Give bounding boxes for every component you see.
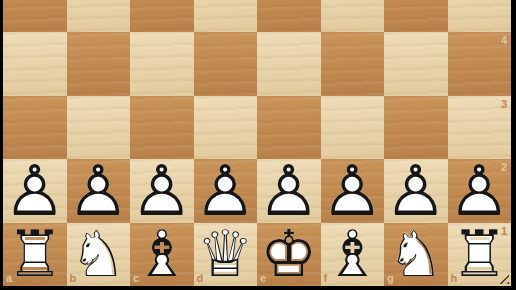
square-g4[interactable] <box>384 32 448 96</box>
letterbox-right <box>511 0 516 290</box>
square-h5[interactable]: 5 <box>448 0 512 32</box>
square-c2[interactable]: ♟♙ <box>130 159 194 223</box>
square-c5[interactable] <box>130 0 194 32</box>
chess-board-viewport: 876543♟♙♟♙♟♙♟♙♟♙♟♙♟♙♟♙2♜♖a♞♘b♝♗c♛♕d♚♔e♝♗… <box>0 0 516 290</box>
chess-board: 876543♟♙♟♙♟♙♟♙♟♙♟♙♟♙♟♙2♜♖a♞♘b♝♗c♛♕d♚♔e♝♗… <box>3 0 511 286</box>
white-rook[interactable]: ♜♖ <box>448 223 512 287</box>
square-c3[interactable] <box>130 96 194 160</box>
square-h1[interactable]: ♜♖h1 <box>448 223 512 287</box>
square-b5[interactable] <box>67 0 131 32</box>
white-queen[interactable]: ♛♕ <box>194 223 258 287</box>
square-e3[interactable] <box>257 96 321 160</box>
square-d4[interactable] <box>194 32 258 96</box>
letterbox-left <box>0 0 3 290</box>
white-pawn[interactable]: ♟♙ <box>130 159 194 223</box>
rank-label-3: 3 <box>501 98 507 110</box>
square-d2[interactable]: ♟♙ <box>194 159 258 223</box>
white-pawn[interactable]: ♟♙ <box>448 159 512 223</box>
square-a3[interactable] <box>3 96 67 160</box>
square-c4[interactable] <box>130 32 194 96</box>
square-g1[interactable]: ♞♘g <box>384 223 448 287</box>
square-f1[interactable]: ♝♗f <box>321 223 385 287</box>
square-a1[interactable]: ♜♖a <box>3 223 67 287</box>
square-b4[interactable] <box>67 32 131 96</box>
square-a4[interactable] <box>3 32 67 96</box>
square-b3[interactable] <box>67 96 131 160</box>
square-h4[interactable]: 4 <box>448 32 512 96</box>
white-pawn[interactable]: ♟♙ <box>257 159 321 223</box>
white-bishop[interactable]: ♝♗ <box>130 223 194 287</box>
square-g5[interactable] <box>384 0 448 32</box>
square-f2[interactable]: ♟♙ <box>321 159 385 223</box>
square-g2[interactable]: ♟♙ <box>384 159 448 223</box>
white-king[interactable]: ♚♔ <box>257 223 321 287</box>
square-h3[interactable]: 3 <box>448 96 512 160</box>
white-pawn[interactable]: ♟♙ <box>67 159 131 223</box>
rank-label-4: 4 <box>501 34 507 46</box>
white-pawn[interactable]: ♟♙ <box>321 159 385 223</box>
square-a5[interactable] <box>3 0 67 32</box>
square-e5[interactable] <box>257 0 321 32</box>
white-pawn[interactable]: ♟♙ <box>384 159 448 223</box>
square-d3[interactable] <box>194 96 258 160</box>
square-f4[interactable] <box>321 32 385 96</box>
square-e2[interactable]: ♟♙ <box>257 159 321 223</box>
white-pawn[interactable]: ♟♙ <box>3 159 67 223</box>
square-e4[interactable] <box>257 32 321 96</box>
square-g3[interactable] <box>384 96 448 160</box>
square-f3[interactable] <box>321 96 385 160</box>
white-knight[interactable]: ♞♘ <box>67 223 131 287</box>
white-knight[interactable]: ♞♘ <box>384 223 448 287</box>
square-f5[interactable] <box>321 0 385 32</box>
square-h2[interactable]: ♟♙2 <box>448 159 512 223</box>
square-b2[interactable]: ♟♙ <box>67 159 131 223</box>
square-b1[interactable]: ♞♘b <box>67 223 131 287</box>
square-e1[interactable]: ♚♔e <box>257 223 321 287</box>
white-bishop[interactable]: ♝♗ <box>321 223 385 287</box>
white-rook[interactable]: ♜♖ <box>3 223 67 287</box>
square-d5[interactable] <box>194 0 258 32</box>
square-c1[interactable]: ♝♗c <box>130 223 194 287</box>
white-pawn[interactable]: ♟♙ <box>194 159 258 223</box>
letterbox-bottom <box>0 286 516 290</box>
square-a2[interactable]: ♟♙ <box>3 159 67 223</box>
square-d1[interactable]: ♛♕d <box>194 223 258 287</box>
